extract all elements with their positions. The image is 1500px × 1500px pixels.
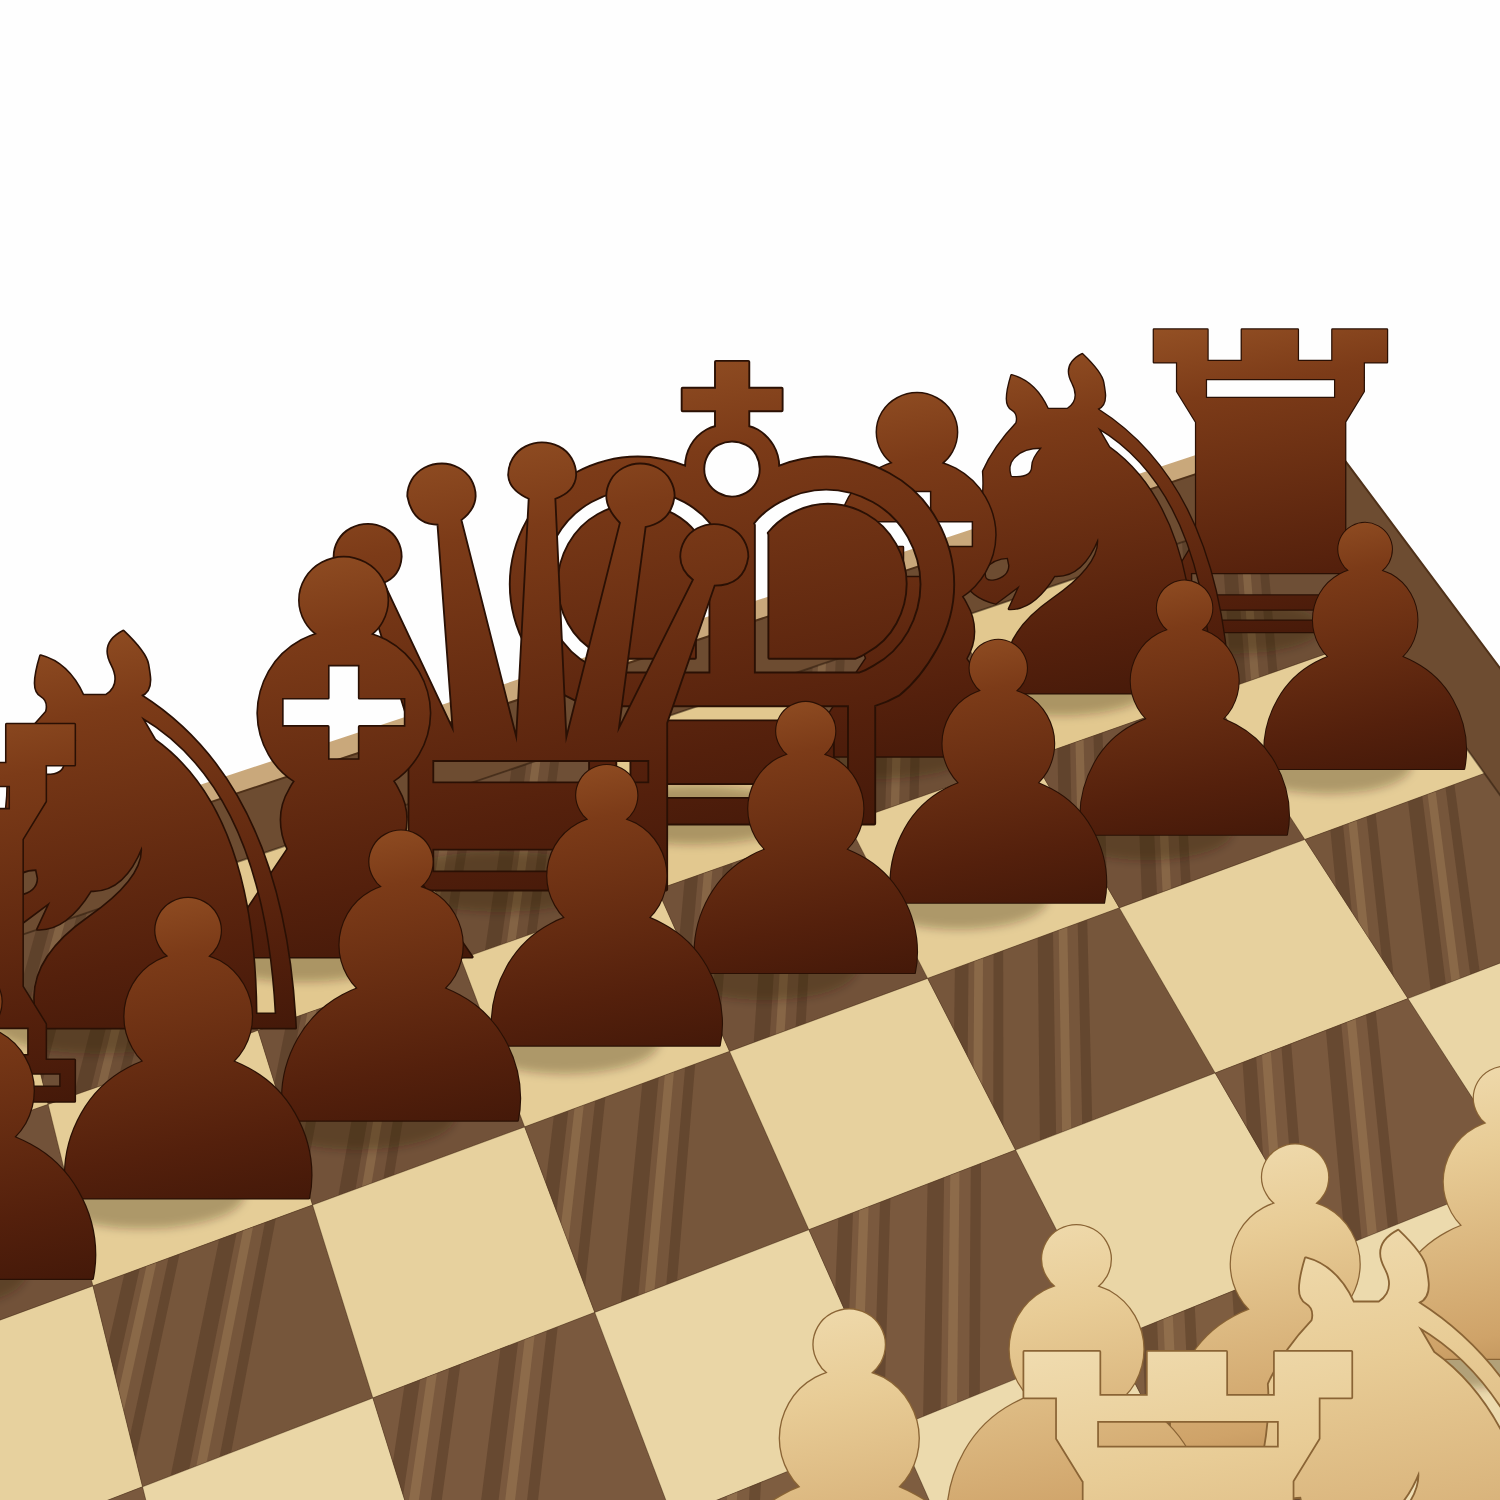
piece-black-pawn-a7: ♟ [0, 884, 158, 1378]
piece-white-rook-e3: ♜ [928, 1237, 1449, 1500]
chess-set-product-photo: ♜♞♝♟♚♟♛♟♝♟♞♟♜♟♟♟♟♟♟♟♞♜ [0, 0, 1500, 1500]
chessboard: ♜♞♝♟♚♟♛♟♝♟♞♟♜♟♟♟♟♟♟♟♞♜ [0, 0, 1500, 1500]
